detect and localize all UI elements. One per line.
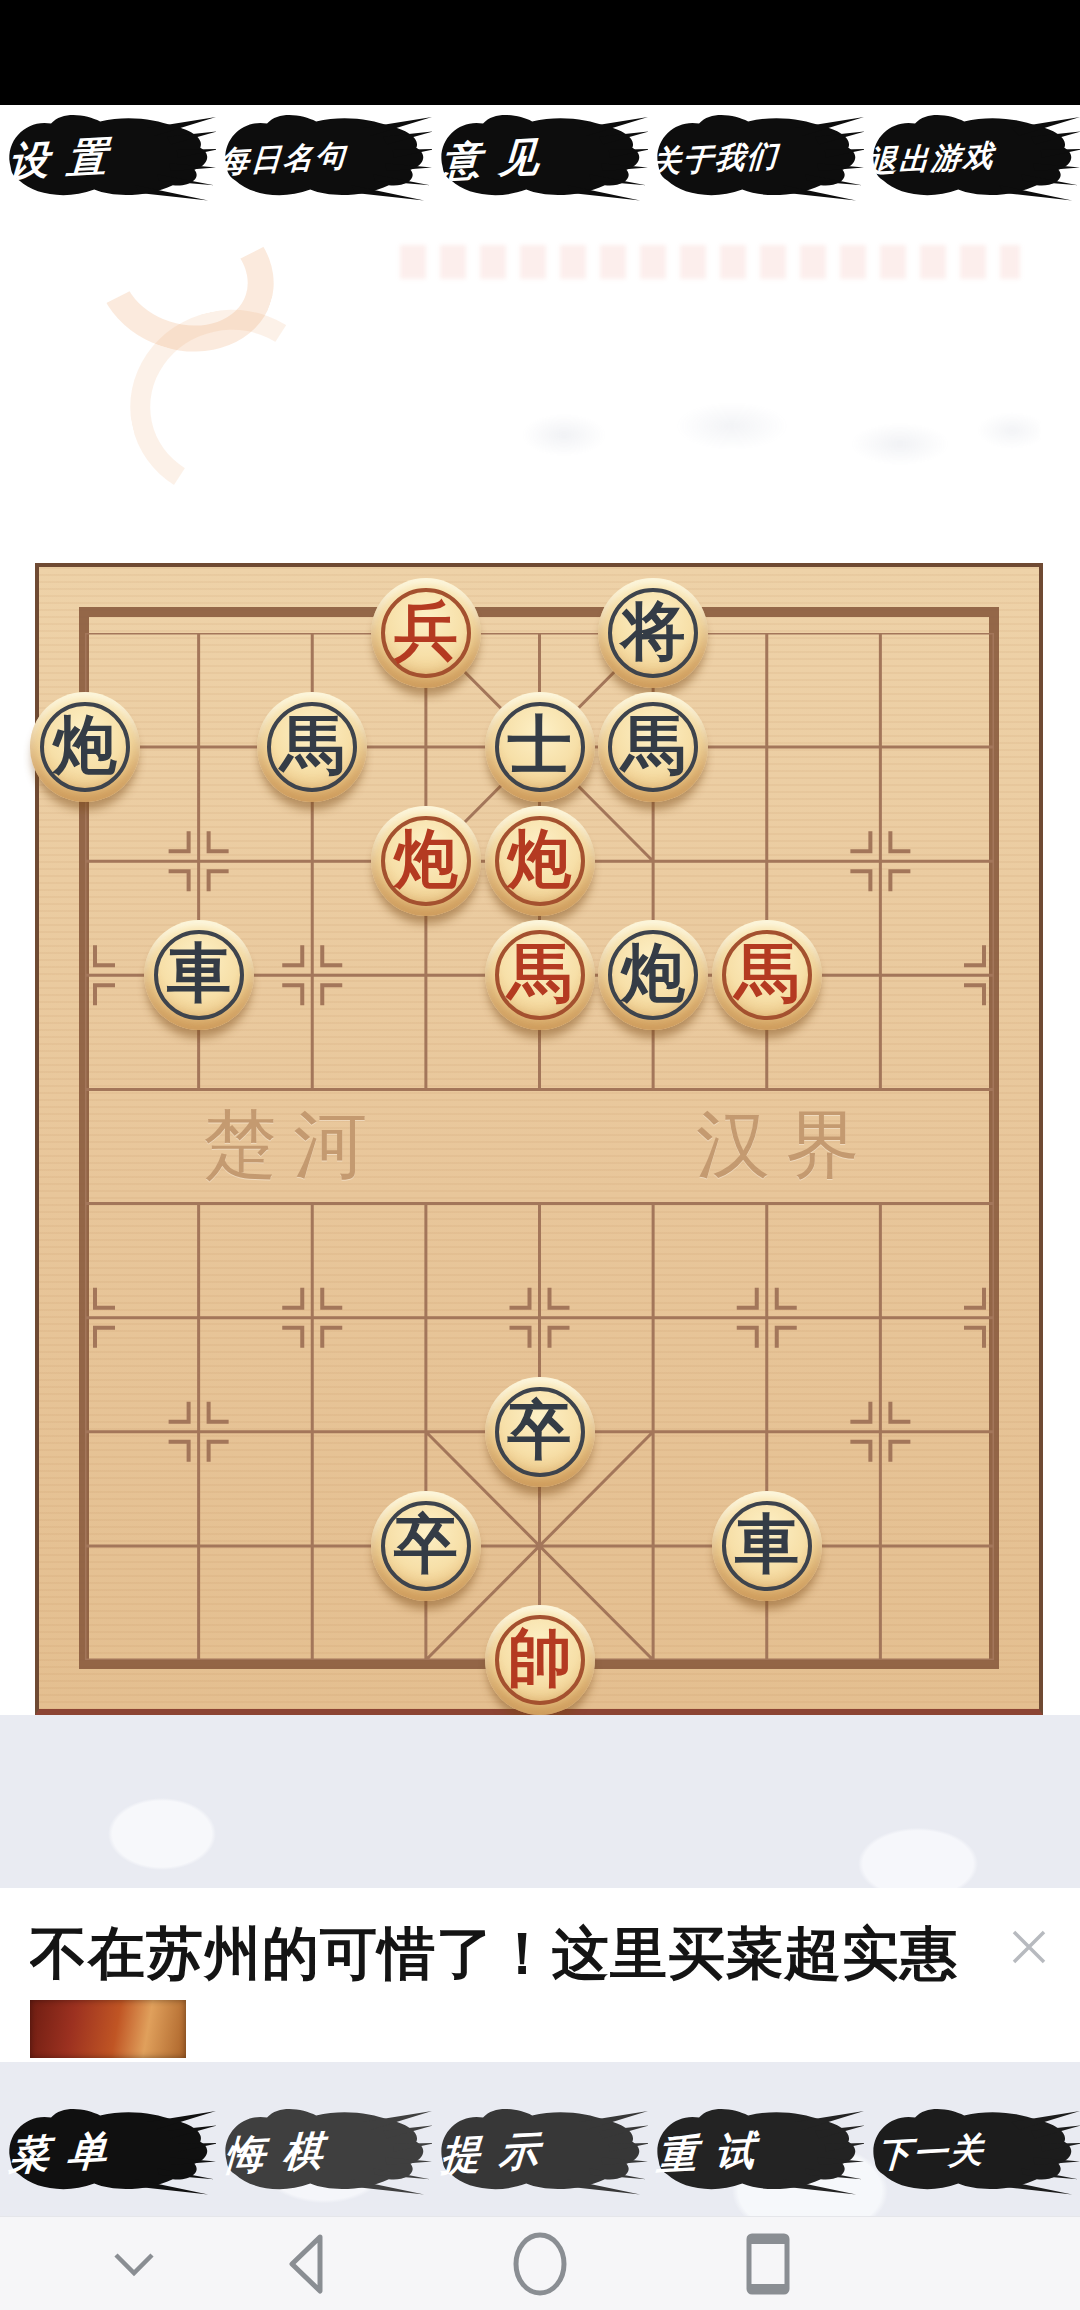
piece-red-兵[interactable]: 兵	[371, 578, 481, 688]
ad-title[interactable]: 不在苏州的可惜了！这里买菜超实惠，新人...	[30, 1916, 960, 1993]
piece-character: 卒	[371, 1491, 481, 1601]
piece-character: 将	[598, 578, 708, 688]
background-watermark	[0, 190, 1080, 560]
bottom-menu-button-label: 下一关	[863, 2127, 999, 2180]
piece-character: 炮	[485, 806, 595, 916]
piece-black-車[interactable]: 車	[144, 920, 254, 1030]
piece-black-車[interactable]: 車	[712, 1491, 822, 1601]
piece-character: 炮	[598, 920, 708, 1030]
watermark-arc	[112, 291, 347, 518]
nav-home-icon[interactable]	[508, 2231, 572, 2297]
bottom-menu-button-label: 提示	[431, 2122, 568, 2184]
piece-black-士[interactable]: 士	[485, 692, 595, 802]
bottom-menu-button-3[interactable]: 提示	[432, 2100, 648, 2210]
piece-black-馬[interactable]: 馬	[598, 692, 708, 802]
piece-red-炮[interactable]: 炮	[371, 806, 481, 916]
top-menu-button-label: 退出游戏	[863, 135, 999, 183]
top-menu-button-label: 关于我们	[647, 135, 783, 183]
bottom-menu-button-1[interactable]: 菜单	[0, 2100, 216, 2210]
piece-character: 車	[712, 1491, 822, 1601]
piece-black-炮[interactable]: 炮	[30, 692, 140, 802]
ad-banner[interactable]: 不在苏州的可惜了！这里买菜超实惠，新人...	[0, 1888, 1080, 2062]
nav-recents-icon[interactable]	[736, 2231, 800, 2297]
top-menu-button-4[interactable]: 关于我们	[648, 106, 864, 216]
piece-red-馬[interactable]: 馬	[485, 920, 595, 1030]
bottom-menu-button-label: 菜单	[0, 2122, 135, 2184]
ad-thumbnail-image[interactable]	[30, 2000, 186, 2058]
piece-red-帥[interactable]: 帥	[485, 1605, 595, 1715]
top-menu-button-1[interactable]: 设置	[0, 106, 216, 216]
top-menu-button-2[interactable]: 每日名句	[216, 106, 432, 216]
bottom-menu-button-label: 悔棋	[215, 2122, 352, 2184]
river-label-right: 汉界	[696, 1096, 876, 1196]
watermark-faint-text	[400, 245, 1020, 279]
bottom-menu-button-5[interactable]: 下一关	[864, 2100, 1080, 2210]
piece-character: 炮	[30, 692, 140, 802]
ad-close-icon[interactable]	[1006, 1924, 1052, 1970]
piece-black-将[interactable]: 将	[598, 578, 708, 688]
piece-black-炮[interactable]: 炮	[598, 920, 708, 1030]
piece-character: 馬	[485, 920, 595, 1030]
bottom-menu-button-4[interactable]: 重试	[648, 2100, 864, 2210]
bottom-menu-button-2[interactable]: 悔棋	[216, 2100, 432, 2210]
piece-character: 馬	[712, 920, 822, 1030]
piece-black-馬[interactable]: 馬	[257, 692, 367, 802]
piece-red-炮[interactable]: 炮	[485, 806, 595, 916]
top-menu-button-label: 意见	[431, 128, 568, 190]
status-bar	[0, 0, 1080, 105]
nav-hide-chevron-down-icon[interactable]	[102, 2231, 166, 2297]
piece-character: 兵	[371, 578, 481, 688]
top-menu-button-5[interactable]: 退出游戏	[864, 106, 1080, 216]
piece-black-卒[interactable]: 卒	[485, 1377, 595, 1487]
piece-character: 炮	[371, 806, 481, 916]
piece-character: 馬	[598, 692, 708, 802]
top-menu-button-label: 设置	[0, 128, 135, 190]
android-nav-bar	[0, 2216, 1080, 2310]
top-menu-button-label: 每日名句	[215, 135, 351, 183]
piece-character: 士	[485, 692, 595, 802]
river-band: 楚河 汉界	[85, 1089, 994, 1203]
xiangqi-board[interactable]: 楚河 汉界 兵将炮馬士馬炮炮車馬炮馬卒卒車帥	[35, 563, 1043, 1715]
bottom-menu: 菜单悔棋提示重试下一关	[0, 2100, 1080, 2210]
piece-character: 卒	[485, 1377, 595, 1487]
top-menu-button-3[interactable]: 意见	[432, 106, 648, 216]
piece-character: 馬	[257, 692, 367, 802]
bottom-menu-button-label: 重试	[647, 2122, 784, 2184]
nav-back-icon[interactable]	[278, 2231, 342, 2297]
piece-character: 車	[144, 920, 254, 1030]
piece-black-卒[interactable]: 卒	[371, 1491, 481, 1601]
river-label-left: 楚河	[203, 1096, 383, 1196]
top-menu: 设置每日名句意见关于我们退出游戏	[0, 106, 1080, 216]
watermark-calligraphy	[480, 390, 1040, 480]
piece-character: 帥	[485, 1605, 595, 1715]
piece-red-馬[interactable]: 馬	[712, 920, 822, 1030]
